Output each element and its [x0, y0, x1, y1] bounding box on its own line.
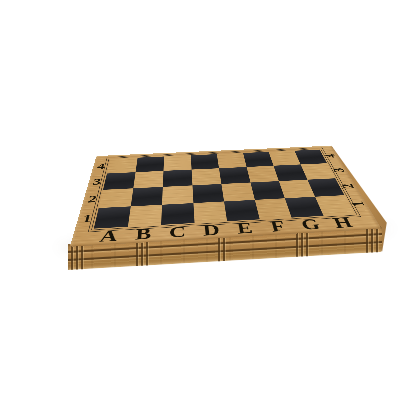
square-c3 [163, 170, 192, 187]
square-d3 [191, 168, 221, 185]
square-b2 [131, 187, 163, 207]
file-label-e: E [227, 219, 263, 237]
square-b1 [128, 205, 162, 227]
groove-line [306, 230, 308, 256]
groove-line [223, 235, 225, 261]
groove-line [81, 243, 83, 269]
rank-label-right-3: 3 [323, 165, 355, 175]
square-b4 [135, 156, 164, 172]
file-label-d: D [194, 221, 229, 239]
file-label-f: F [259, 218, 297, 236]
square-c2 [162, 185, 193, 204]
square-e3 [219, 167, 250, 184]
square-e2 [221, 183, 254, 202]
groove-line [366, 227, 368, 253]
square-b3 [133, 171, 163, 188]
rank-label-right-1: 1 [340, 198, 376, 210]
square-a1 [94, 206, 131, 228]
groove-line [376, 226, 378, 252]
square-c1 [161, 203, 194, 225]
file-label-c: C [160, 223, 195, 242]
groove-line [218, 235, 220, 261]
rank-label-right-4: 4 [315, 152, 345, 161]
square-e4 [217, 153, 247, 168]
square-a4 [107, 158, 137, 174]
square-e1 [224, 200, 259, 221]
photo-background: ABCDEFGH 4321 4321 [0, 0, 420, 420]
rank-label-right-2: 2 [331, 181, 365, 192]
square-d4 [191, 154, 219, 169]
groove-line [71, 244, 73, 270]
groove-line [136, 240, 138, 266]
square-c4 [163, 155, 191, 171]
groove-line [141, 240, 143, 266]
file-label-b: B [125, 225, 161, 244]
square-d1 [193, 201, 227, 223]
square-a2 [99, 188, 133, 208]
square-a3 [103, 172, 135, 190]
groove-line [371, 226, 373, 252]
groove-line [76, 243, 78, 269]
groove-line [296, 231, 298, 257]
square-d2 [192, 184, 224, 203]
groove-line [146, 239, 148, 265]
groove-line [301, 230, 303, 256]
file-label-a: A [90, 227, 128, 246]
file-label-h: H [323, 214, 363, 232]
